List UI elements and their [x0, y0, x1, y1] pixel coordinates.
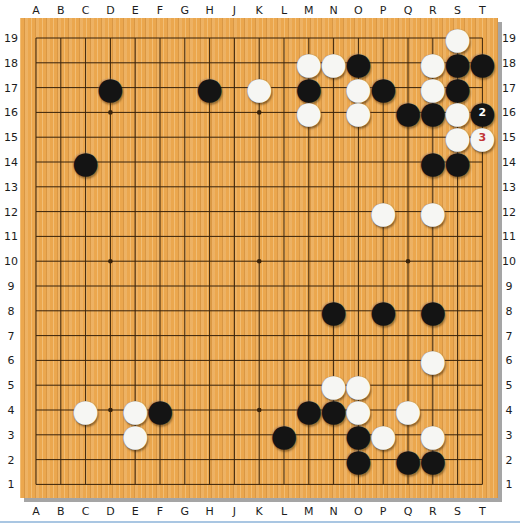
row-label-right-11: 11: [502, 231, 516, 242]
col-label-bottom-A: A: [32, 506, 40, 517]
row-label-left-10: 10: [4, 256, 18, 267]
col-label-bottom-C: C: [82, 506, 90, 517]
star-point-K10: [257, 259, 262, 264]
row-label-right-17: 17: [502, 82, 516, 93]
row-label-left-3: 3: [8, 429, 15, 440]
row-label-right-2: 2: [506, 454, 513, 465]
col-label-bottom-O: O: [354, 506, 363, 517]
star-point-D16: [108, 110, 113, 115]
col-label-top-E: E: [132, 5, 139, 16]
col-label-top-G: G: [181, 5, 190, 16]
col-label-bottom-Q: Q: [404, 506, 413, 517]
col-label-bottom-F: F: [157, 506, 163, 517]
row-label-left-14: 14: [4, 157, 18, 168]
col-label-bottom-B: B: [57, 506, 65, 517]
row-label-left-8: 8: [8, 305, 15, 316]
col-label-top-P: P: [380, 5, 387, 16]
col-label-top-H: H: [205, 5, 213, 16]
row-label-left-9: 9: [8, 281, 15, 292]
row-label-right-9: 9: [506, 281, 513, 292]
col-label-bottom-L: L: [281, 506, 287, 517]
row-label-left-2: 2: [8, 454, 15, 465]
col-label-top-S: S: [454, 5, 461, 16]
row-label-right-1: 1: [506, 479, 513, 490]
col-label-bottom-D: D: [106, 506, 114, 517]
row-label-left-15: 15: [4, 132, 18, 143]
row-label-left-5: 5: [8, 380, 15, 391]
row-label-left-16: 16: [4, 107, 18, 118]
star-point-D4: [108, 408, 113, 413]
row-label-right-5: 5: [506, 380, 513, 391]
col-label-bottom-M: M: [304, 506, 314, 517]
col-label-bottom-G: G: [181, 506, 190, 517]
col-label-top-J: J: [233, 5, 236, 16]
row-label-left-18: 18: [4, 57, 18, 68]
col-label-top-R: R: [429, 5, 437, 16]
col-label-bottom-K: K: [256, 506, 263, 517]
star-point-K16: [257, 110, 262, 115]
star-point-K4: [257, 408, 262, 413]
row-label-left-12: 12: [4, 206, 18, 217]
row-label-left-13: 13: [4, 181, 18, 192]
col-label-top-F: F: [157, 5, 163, 16]
col-label-top-M: M: [304, 5, 314, 16]
row-label-left-4: 4: [8, 405, 15, 416]
row-label-right-3: 3: [506, 429, 513, 440]
col-label-bottom-J: J: [233, 506, 236, 517]
star-point-Q10: [406, 259, 411, 264]
col-label-top-A: A: [32, 5, 40, 16]
col-label-bottom-N: N: [329, 506, 337, 517]
row-label-right-18: 18: [502, 57, 516, 68]
row-label-right-7: 7: [506, 330, 513, 341]
row-label-right-13: 13: [502, 181, 516, 192]
col-label-bottom-E: E: [132, 506, 139, 517]
grid-lines: [20, 18, 498, 498]
goban[interactable]: ●●●●●●●●●●●●●●●●●●●●●●●●●●●●●●●●●●●●●●●●…: [20, 18, 498, 498]
col-label-bottom-P: P: [380, 506, 387, 517]
col-label-top-Q: Q: [404, 5, 413, 16]
col-label-top-C: C: [82, 5, 90, 16]
go-diagram-page: ABCDEFGHJKLMNOPQRST ABCDEFGHJKLMNOPQRST …: [0, 0, 520, 523]
row-label-right-12: 12: [502, 206, 516, 217]
col-label-top-D: D: [106, 5, 114, 16]
row-label-right-8: 8: [506, 305, 513, 316]
row-label-right-19: 19: [502, 33, 516, 44]
col-label-top-B: B: [57, 5, 65, 16]
row-label-right-4: 4: [506, 405, 513, 416]
row-label-left-1: 1: [8, 479, 15, 490]
star-point-Q16: [406, 110, 411, 115]
star-point-Q4: [406, 408, 411, 413]
row-label-right-10: 10: [502, 256, 516, 267]
col-label-top-N: N: [329, 5, 337, 16]
col-label-top-T: T: [479, 5, 486, 16]
col-label-bottom-S: S: [454, 506, 461, 517]
col-label-top-O: O: [354, 5, 363, 16]
row-label-right-14: 14: [502, 157, 516, 168]
col-label-top-K: K: [256, 5, 263, 16]
row-label-left-11: 11: [4, 231, 18, 242]
row-label-left-6: 6: [8, 355, 15, 366]
row-label-left-7: 7: [8, 330, 15, 341]
row-label-right-15: 15: [502, 132, 516, 143]
col-label-bottom-H: H: [205, 506, 213, 517]
col-label-bottom-T: T: [479, 506, 486, 517]
col-label-bottom-R: R: [429, 506, 437, 517]
star-point-D10: [108, 259, 113, 264]
row-label-right-6: 6: [506, 355, 513, 366]
col-label-top-L: L: [281, 5, 287, 16]
row-label-left-17: 17: [4, 82, 18, 93]
row-label-left-19: 19: [4, 33, 18, 44]
row-label-right-16: 16: [502, 107, 516, 118]
